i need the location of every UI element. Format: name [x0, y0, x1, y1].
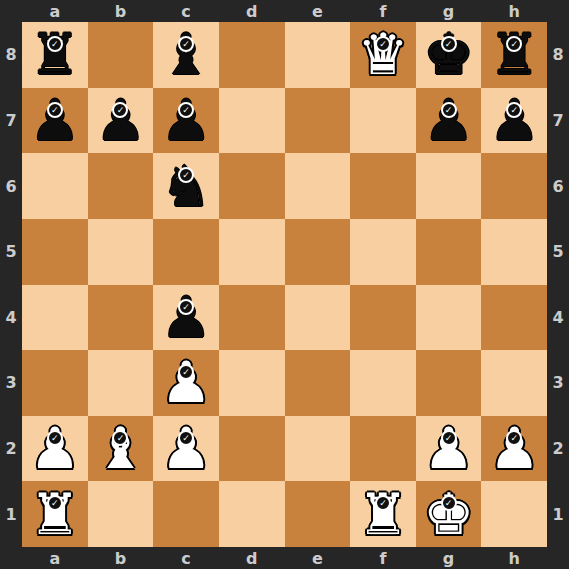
square-e2[interactable]: [285, 416, 351, 482]
square-f7[interactable]: [350, 88, 416, 154]
check-badge-icon: ✓: [47, 102, 63, 118]
rank-label-7: 7: [547, 88, 569, 154]
square-e4[interactable]: [285, 285, 351, 351]
file-label-g: g: [416, 0, 482, 22]
file-label-e: e: [285, 547, 351, 569]
black-rook[interactable]: ♜✓: [481, 22, 547, 88]
check-badge-icon: ✓: [47, 495, 63, 511]
check-badge-icon: ✓: [47, 430, 63, 446]
square-a6[interactable]: [22, 153, 88, 219]
check-badge-icon: ✓: [441, 102, 457, 118]
black-pawn[interactable]: ♟✓: [153, 285, 219, 351]
file-label-f: f: [350, 0, 416, 22]
square-h4[interactable]: [481, 285, 547, 351]
black-pawn[interactable]: ♟✓: [416, 88, 482, 154]
square-f1[interactable]: ♜✓: [350, 481, 416, 547]
square-c7[interactable]: ♟✓: [153, 88, 219, 154]
file-label-g: g: [416, 547, 482, 569]
square-e7[interactable]: [285, 88, 351, 154]
square-b3[interactable]: [88, 350, 154, 416]
file-labels-bottom: abcdefgh: [22, 547, 547, 569]
square-a5[interactable]: [22, 219, 88, 285]
square-g4[interactable]: [416, 285, 482, 351]
square-e8[interactable]: [285, 22, 351, 88]
check-badge-icon: ✓: [441, 36, 457, 52]
check-badge-icon: ✓: [178, 299, 194, 315]
square-c6[interactable]: ♞✓: [153, 153, 219, 219]
black-king[interactable]: ♚✓: [416, 22, 482, 88]
chess-board: ♜✓♝✓♛✓♚✓♜✓♟✓♟✓♟✓♟✓♟✓♞✓♟✓♟✓♟✓♝✓♟✓♟✓♟✓♜✓♜✓…: [22, 22, 547, 547]
square-b5[interactable]: [88, 219, 154, 285]
rank-labels-right: 87654321: [547, 22, 569, 547]
white-queen[interactable]: ♛✓: [350, 22, 416, 88]
square-a4[interactable]: [22, 285, 88, 351]
black-pawn[interactable]: ♟✓: [481, 88, 547, 154]
square-d4[interactable]: [219, 285, 285, 351]
file-label-f: f: [350, 547, 416, 569]
chess-board-page: abcdefgh abcdefgh 87654321 87654321 ♜✓♝✓…: [0, 0, 569, 569]
square-h1[interactable]: [481, 481, 547, 547]
black-pawn[interactable]: ♟✓: [22, 88, 88, 154]
white-rook[interactable]: ♜✓: [22, 481, 88, 547]
file-label-e: e: [285, 0, 351, 22]
white-rook[interactable]: ♜✓: [350, 481, 416, 547]
rank-label-6: 6: [547, 153, 569, 219]
check-badge-icon: ✓: [441, 430, 457, 446]
square-g7[interactable]: ♟✓: [416, 88, 482, 154]
file-label-h: h: [481, 0, 547, 22]
square-b8[interactable]: [88, 22, 154, 88]
white-pawn[interactable]: ♟✓: [481, 416, 547, 482]
check-badge-icon: ✓: [178, 167, 194, 183]
square-a7[interactable]: ♟✓: [22, 88, 88, 154]
file-label-h: h: [481, 547, 547, 569]
rank-label-8: 8: [0, 22, 22, 88]
file-label-b: b: [88, 547, 154, 569]
square-g8[interactable]: ♚✓: [416, 22, 482, 88]
white-pawn[interactable]: ♟✓: [416, 416, 482, 482]
check-badge-icon: ✓: [178, 36, 194, 52]
square-g3[interactable]: [416, 350, 482, 416]
square-c4[interactable]: ♟✓: [153, 285, 219, 351]
rank-label-2: 2: [547, 416, 569, 482]
rank-label-4: 4: [547, 285, 569, 351]
file-label-b: b: [88, 0, 154, 22]
white-king[interactable]: ♚✓: [416, 481, 482, 547]
square-a2[interactable]: ♟✓: [22, 416, 88, 482]
square-h2[interactable]: ♟✓: [481, 416, 547, 482]
black-pawn[interactable]: ♟✓: [88, 88, 154, 154]
rank-label-5: 5: [547, 219, 569, 285]
check-badge-icon: ✓: [375, 495, 391, 511]
file-label-d: d: [219, 0, 285, 22]
square-a1[interactable]: ♜✓: [22, 481, 88, 547]
square-h6[interactable]: [481, 153, 547, 219]
square-c5[interactable]: [153, 219, 219, 285]
square-f6[interactable]: [350, 153, 416, 219]
square-c1[interactable]: [153, 481, 219, 547]
check-badge-icon: ✓: [375, 36, 391, 52]
check-badge-icon: ✓: [506, 430, 522, 446]
check-badge-icon: ✓: [112, 102, 128, 118]
square-a8[interactable]: ♜✓: [22, 22, 88, 88]
square-h3[interactable]: [481, 350, 547, 416]
square-g5[interactable]: [416, 219, 482, 285]
check-badge-icon: ✓: [47, 36, 63, 52]
white-pawn[interactable]: ♟✓: [22, 416, 88, 482]
square-g6[interactable]: [416, 153, 482, 219]
square-d2[interactable]: [219, 416, 285, 482]
square-f4[interactable]: [350, 285, 416, 351]
square-e6[interactable]: [285, 153, 351, 219]
square-d5[interactable]: [219, 219, 285, 285]
rank-label-3: 3: [0, 350, 22, 416]
square-b1[interactable]: [88, 481, 154, 547]
file-labels-top: abcdefgh: [22, 0, 547, 22]
rank-label-4: 4: [0, 285, 22, 351]
file-label-a: a: [22, 0, 88, 22]
square-e1[interactable]: [285, 481, 351, 547]
white-bishop[interactable]: ♝✓: [88, 416, 154, 482]
square-b6[interactable]: [88, 153, 154, 219]
square-b4[interactable]: [88, 285, 154, 351]
square-f8[interactable]: ♛✓: [350, 22, 416, 88]
square-h5[interactable]: [481, 219, 547, 285]
check-badge-icon: ✓: [506, 36, 522, 52]
file-label-a: a: [22, 547, 88, 569]
square-a3[interactable]: [22, 350, 88, 416]
rank-label-8: 8: [547, 22, 569, 88]
square-d3[interactable]: [219, 350, 285, 416]
square-b2[interactable]: ♝✓: [88, 416, 154, 482]
rank-label-3: 3: [547, 350, 569, 416]
rank-label-7: 7: [0, 88, 22, 154]
square-h8[interactable]: ♜✓: [481, 22, 547, 88]
rank-labels-left: 87654321: [0, 22, 22, 547]
black-bishop[interactable]: ♝✓: [153, 22, 219, 88]
square-c8[interactable]: ♝✓: [153, 22, 219, 88]
square-f5[interactable]: [350, 219, 416, 285]
file-label-c: c: [153, 0, 219, 22]
square-c3[interactable]: ♟✓: [153, 350, 219, 416]
square-d8[interactable]: [219, 22, 285, 88]
file-label-c: c: [153, 547, 219, 569]
square-e5[interactable]: [285, 219, 351, 285]
check-badge-icon: ✓: [178, 364, 194, 380]
square-d7[interactable]: [219, 88, 285, 154]
square-h7[interactable]: ♟✓: [481, 88, 547, 154]
black-rook[interactable]: ♜✓: [22, 22, 88, 88]
rank-label-1: 1: [0, 481, 22, 547]
square-e3[interactable]: [285, 350, 351, 416]
rank-label-6: 6: [0, 153, 22, 219]
square-f2[interactable]: [350, 416, 416, 482]
square-b7[interactable]: ♟✓: [88, 88, 154, 154]
white-pawn[interactable]: ♟✓: [153, 416, 219, 482]
check-badge-icon: ✓: [506, 102, 522, 118]
check-badge-icon: ✓: [441, 495, 457, 511]
rank-label-2: 2: [0, 416, 22, 482]
square-c2[interactable]: ♟✓: [153, 416, 219, 482]
square-d6[interactable]: [219, 153, 285, 219]
black-knight[interactable]: ♞✓: [153, 153, 219, 219]
square-g1[interactable]: ♚✓: [416, 481, 482, 547]
square-f3[interactable]: [350, 350, 416, 416]
check-badge-icon: ✓: [112, 430, 128, 446]
rank-label-1: 1: [547, 481, 569, 547]
black-pawn[interactable]: ♟✓: [153, 88, 219, 154]
check-badge-icon: ✓: [178, 430, 194, 446]
rank-label-5: 5: [0, 219, 22, 285]
white-pawn[interactable]: ♟✓: [153, 350, 219, 416]
file-label-d: d: [219, 547, 285, 569]
check-badge-icon: ✓: [178, 102, 194, 118]
square-g2[interactable]: ♟✓: [416, 416, 482, 482]
square-d1[interactable]: [219, 481, 285, 547]
